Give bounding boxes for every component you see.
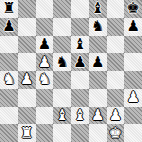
square-f7[interactable]: ♞ bbox=[89, 18, 107, 36]
square-h7[interactable]: ♟ bbox=[124, 18, 142, 36]
square-g5[interactable] bbox=[107, 53, 125, 71]
square-c7[interactable] bbox=[36, 18, 54, 36]
square-a8[interactable]: ♜ bbox=[0, 0, 18, 18]
white-bishop-d2[interactable]: ♝ bbox=[55, 108, 68, 123]
square-b3[interactable] bbox=[18, 89, 36, 107]
square-e2[interactable]: ♝ bbox=[71, 107, 89, 125]
square-g7[interactable] bbox=[107, 18, 125, 36]
black-pawn-f5[interactable]: ♟ bbox=[91, 55, 104, 70]
square-c2[interactable] bbox=[36, 107, 54, 125]
square-e4[interactable] bbox=[71, 71, 89, 89]
white-pawn-g2[interactable]: ♟ bbox=[109, 108, 122, 123]
black-rook-a8[interactable]: ♜ bbox=[2, 1, 15, 16]
square-f2[interactable]: ♟ bbox=[89, 107, 107, 125]
black-pawn-h7[interactable]: ♟ bbox=[126, 19, 139, 34]
square-e1[interactable] bbox=[71, 124, 89, 142]
square-g3[interactable] bbox=[107, 89, 125, 107]
black-pawn-c6[interactable]: ♟ bbox=[38, 37, 51, 52]
square-h8[interactable]: ♚ bbox=[124, 0, 142, 18]
square-h6[interactable] bbox=[124, 36, 142, 54]
square-e7[interactable] bbox=[71, 18, 89, 36]
square-d1[interactable] bbox=[53, 124, 71, 142]
square-c1[interactable] bbox=[36, 124, 54, 142]
square-e3[interactable] bbox=[71, 89, 89, 107]
square-f3[interactable] bbox=[89, 89, 107, 107]
square-a3[interactable] bbox=[0, 89, 18, 107]
black-king-h8[interactable]: ♚ bbox=[126, 1, 139, 16]
square-g2[interactable]: ♟ bbox=[107, 107, 125, 125]
square-b8[interactable] bbox=[18, 0, 36, 18]
black-knight-f7[interactable]: ♞ bbox=[91, 19, 104, 34]
black-pawn-a7[interactable]: ♟ bbox=[2, 19, 15, 34]
square-b2[interactable] bbox=[18, 107, 36, 125]
square-e5[interactable]: ♟ bbox=[71, 53, 89, 71]
square-f6[interactable] bbox=[89, 36, 107, 54]
white-pawn-c5[interactable]: ♟ bbox=[38, 55, 51, 70]
square-h4[interactable] bbox=[124, 71, 142, 89]
square-c4[interactable]: ♞ bbox=[36, 71, 54, 89]
square-g4[interactable] bbox=[107, 71, 125, 89]
square-d3[interactable] bbox=[53, 89, 71, 107]
square-d6[interactable] bbox=[53, 36, 71, 54]
white-knight-c4[interactable]: ♞ bbox=[38, 72, 51, 87]
white-bishop-e2[interactable]: ♝ bbox=[73, 108, 86, 123]
square-e8[interactable] bbox=[71, 0, 89, 18]
square-c6[interactable]: ♟ bbox=[36, 36, 54, 54]
square-f5[interactable]: ♟ bbox=[89, 53, 107, 71]
black-bishop-f8[interactable]: ♝ bbox=[91, 1, 104, 16]
white-knight-a4[interactable]: ♞ bbox=[2, 72, 15, 87]
square-c5[interactable]: ♟ bbox=[36, 53, 54, 71]
square-b5[interactable] bbox=[18, 53, 36, 71]
square-f1[interactable] bbox=[89, 124, 107, 142]
white-rook-b1[interactable]: ♜ bbox=[20, 126, 33, 141]
white-king-g1[interactable]: ♚ bbox=[109, 126, 122, 141]
square-f8[interactable]: ♝ bbox=[89, 0, 107, 18]
square-e6[interactable]: ♝ bbox=[71, 36, 89, 54]
square-g6[interactable] bbox=[107, 36, 125, 54]
white-pawn-b4[interactable]: ♟ bbox=[20, 72, 33, 87]
square-a1[interactable] bbox=[0, 124, 18, 142]
square-a6[interactable] bbox=[0, 36, 18, 54]
square-h1[interactable] bbox=[124, 124, 142, 142]
square-d7[interactable] bbox=[53, 18, 71, 36]
square-d4[interactable] bbox=[53, 71, 71, 89]
square-f4[interactable] bbox=[89, 71, 107, 89]
square-b1[interactable]: ♜ bbox=[18, 124, 36, 142]
square-d2[interactable]: ♝ bbox=[53, 107, 71, 125]
square-b4[interactable]: ♟ bbox=[18, 71, 36, 89]
square-g8[interactable] bbox=[107, 0, 125, 18]
square-a7[interactable]: ♟ bbox=[0, 18, 18, 36]
black-pawn-e5[interactable]: ♟ bbox=[73, 55, 86, 70]
square-c3[interactable] bbox=[36, 89, 54, 107]
chess-board: ♜♝♚♟♞♟♟♝♟♞♟♟♞♟♞♟♝♝♟♟♜♚ bbox=[0, 0, 142, 142]
square-h5[interactable] bbox=[124, 53, 142, 71]
white-pawn-h3[interactable]: ♟ bbox=[126, 90, 139, 105]
square-c8[interactable] bbox=[36, 0, 54, 18]
square-a4[interactable]: ♞ bbox=[0, 71, 18, 89]
square-b7[interactable] bbox=[18, 18, 36, 36]
square-h3[interactable]: ♟ bbox=[124, 89, 142, 107]
square-h2[interactable] bbox=[124, 107, 142, 125]
black-bishop-e6[interactable]: ♝ bbox=[73, 37, 86, 52]
square-b6[interactable] bbox=[18, 36, 36, 54]
white-pawn-f2[interactable]: ♟ bbox=[91, 108, 104, 123]
square-d8[interactable] bbox=[53, 0, 71, 18]
square-g1[interactable]: ♚ bbox=[107, 124, 125, 142]
black-knight-d5[interactable]: ♞ bbox=[55, 55, 68, 70]
square-d5[interactable]: ♞ bbox=[53, 53, 71, 71]
square-a5[interactable] bbox=[0, 53, 18, 71]
square-a2[interactable] bbox=[0, 107, 18, 125]
